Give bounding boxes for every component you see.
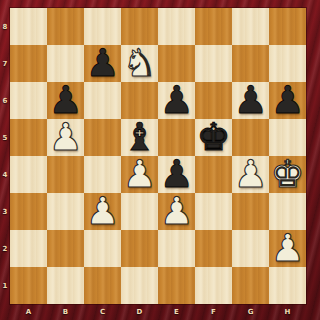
square-g8[interactable] — [232, 8, 269, 45]
rank-label-4: 4 — [0, 156, 10, 193]
square-c1[interactable] — [84, 267, 121, 304]
file-labels: ABCDEFGH — [10, 304, 306, 320]
square-c5[interactable] — [84, 119, 121, 156]
black-pawn-e4: ♟ — [159, 156, 193, 193]
square-a8[interactable] — [10, 8, 47, 45]
rank-label-5: 5 — [0, 119, 10, 156]
black-pawn-b6: ♟ — [48, 82, 82, 119]
white-pawn-g4: ♟ — [233, 156, 267, 193]
file-label-b: B — [47, 304, 84, 320]
rank-label-8: 8 — [0, 8, 10, 45]
square-h8[interactable] — [269, 8, 306, 45]
square-b4[interactable] — [47, 156, 84, 193]
chess-board-frame: 87654321 ABCDEFGH ♟♞♟♟♟♟♟♝♚♟♟♟♚♟♟♟ — [0, 0, 320, 320]
square-g1[interactable] — [232, 267, 269, 304]
square-e2[interactable] — [158, 230, 195, 267]
square-g3[interactable] — [232, 193, 269, 230]
square-a6[interactable] — [10, 82, 47, 119]
square-e4[interactable]: ♟ — [158, 156, 195, 193]
square-c6[interactable] — [84, 82, 121, 119]
rank-label-6: 6 — [0, 82, 10, 119]
white-king-h4: ♚ — [270, 156, 304, 193]
file-label-e: E — [158, 304, 195, 320]
square-f7[interactable] — [195, 45, 232, 82]
file-label-h: H — [269, 304, 306, 320]
white-pawn-c3: ♟ — [85, 193, 119, 230]
square-b7[interactable] — [47, 45, 84, 82]
white-pawn-e3: ♟ — [159, 193, 193, 230]
rank-label-3: 3 — [0, 193, 10, 230]
black-pawn-e6: ♟ — [159, 82, 193, 119]
square-e5[interactable] — [158, 119, 195, 156]
square-d1[interactable] — [121, 267, 158, 304]
square-g2[interactable] — [232, 230, 269, 267]
white-knight-d7: ♞ — [122, 45, 156, 82]
square-f1[interactable] — [195, 267, 232, 304]
square-e3[interactable]: ♟ — [158, 193, 195, 230]
square-f5[interactable]: ♚ — [195, 119, 232, 156]
square-b1[interactable] — [47, 267, 84, 304]
square-c3[interactable]: ♟ — [84, 193, 121, 230]
square-a4[interactable] — [10, 156, 47, 193]
black-pawn-h6: ♟ — [270, 82, 304, 119]
square-a2[interactable] — [10, 230, 47, 267]
square-e1[interactable] — [158, 267, 195, 304]
black-pawn-c7: ♟ — [85, 45, 119, 82]
square-g7[interactable] — [232, 45, 269, 82]
square-b8[interactable] — [47, 8, 84, 45]
square-h6[interactable]: ♟ — [269, 82, 306, 119]
square-g5[interactable] — [232, 119, 269, 156]
square-a7[interactable] — [10, 45, 47, 82]
square-b2[interactable] — [47, 230, 84, 267]
square-b5[interactable]: ♟ — [47, 119, 84, 156]
square-h4[interactable]: ♚ — [269, 156, 306, 193]
square-c4[interactable] — [84, 156, 121, 193]
square-e6[interactable]: ♟ — [158, 82, 195, 119]
square-a5[interactable] — [10, 119, 47, 156]
square-e7[interactable] — [158, 45, 195, 82]
square-f2[interactable] — [195, 230, 232, 267]
file-label-a: A — [10, 304, 47, 320]
rank-label-2: 2 — [0, 230, 10, 267]
square-b3[interactable] — [47, 193, 84, 230]
white-pawn-d4: ♟ — [122, 156, 156, 193]
square-d2[interactable] — [121, 230, 158, 267]
square-h1[interactable] — [269, 267, 306, 304]
square-h3[interactable] — [269, 193, 306, 230]
rank-label-1: 1 — [0, 267, 10, 304]
square-f4[interactable] — [195, 156, 232, 193]
rank-labels: 87654321 — [0, 8, 10, 304]
square-g4[interactable]: ♟ — [232, 156, 269, 193]
file-label-c: C — [84, 304, 121, 320]
square-g6[interactable]: ♟ — [232, 82, 269, 119]
black-pawn-g6: ♟ — [233, 82, 267, 119]
rank-label-7: 7 — [0, 45, 10, 82]
square-d6[interactable] — [121, 82, 158, 119]
square-h5[interactable] — [269, 119, 306, 156]
square-f3[interactable] — [195, 193, 232, 230]
white-pawn-h2: ♟ — [270, 230, 304, 267]
square-h7[interactable] — [269, 45, 306, 82]
file-label-g: G — [232, 304, 269, 320]
file-label-d: D — [121, 304, 158, 320]
black-king-f5: ♚ — [196, 119, 230, 156]
white-pawn-b5: ♟ — [48, 119, 82, 156]
square-d3[interactable] — [121, 193, 158, 230]
square-f8[interactable] — [195, 8, 232, 45]
square-a1[interactable] — [10, 267, 47, 304]
square-d5[interactable]: ♝ — [121, 119, 158, 156]
square-c8[interactable] — [84, 8, 121, 45]
square-c2[interactable] — [84, 230, 121, 267]
square-c7[interactable]: ♟ — [84, 45, 121, 82]
square-d7[interactable]: ♞ — [121, 45, 158, 82]
file-label-f: F — [195, 304, 232, 320]
chess-board: ♟♞♟♟♟♟♟♝♚♟♟♟♚♟♟♟ — [10, 8, 306, 304]
square-e8[interactable] — [158, 8, 195, 45]
square-a3[interactable] — [10, 193, 47, 230]
square-h2[interactable]: ♟ — [269, 230, 306, 267]
square-d8[interactable] — [121, 8, 158, 45]
square-b6[interactable]: ♟ — [47, 82, 84, 119]
square-d4[interactable]: ♟ — [121, 156, 158, 193]
square-f6[interactable] — [195, 82, 232, 119]
black-bishop-d5: ♝ — [122, 119, 156, 156]
